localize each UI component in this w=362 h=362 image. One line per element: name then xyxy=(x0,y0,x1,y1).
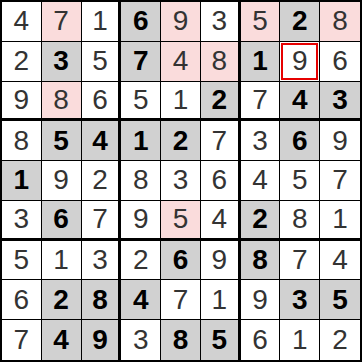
cell-digit: 4 xyxy=(292,86,308,114)
sudoku-cell[interactable]: 5 xyxy=(320,280,360,320)
cell-digit: 3 xyxy=(252,127,268,155)
cell-digit: 9 xyxy=(173,7,189,35)
cell-digit: 1 xyxy=(92,7,108,35)
cell-digit: 4 xyxy=(92,127,108,155)
cell-digit: 1 xyxy=(53,246,69,274)
cell-digit: 3 xyxy=(14,205,30,233)
cell-digit: 9 xyxy=(92,326,108,354)
cell-digit: 5 xyxy=(173,205,189,233)
cell-digit: 1 xyxy=(173,86,189,114)
sudoku-cell[interactable]: 1 xyxy=(2,161,42,201)
sudoku-cell[interactable]: 7 xyxy=(320,161,360,201)
cell-digit: 6 xyxy=(92,86,108,114)
sudoku-cell[interactable]: 9 xyxy=(161,2,201,42)
sudoku-cell[interactable]: 8 xyxy=(241,241,281,281)
sudoku-cell[interactable]: 3 xyxy=(161,161,201,201)
sudoku-cell[interactable]: 5 xyxy=(280,161,320,201)
sudoku-cell[interactable]: 2 xyxy=(280,2,320,42)
cell-digit: 9 xyxy=(14,86,30,114)
sudoku-cell[interactable]: 8 xyxy=(201,42,241,82)
cell-digit: 3 xyxy=(173,166,189,194)
sudoku-cell[interactable]: 5 xyxy=(201,320,241,360)
cell-digit: 5 xyxy=(211,326,227,354)
cell-digit: 6 xyxy=(292,127,308,155)
sudoku-cell[interactable]: 8 xyxy=(42,82,82,122)
sudoku-cell[interactable]: 3 xyxy=(320,82,360,122)
sudoku-cell[interactable]: 7 xyxy=(42,2,82,42)
sudoku-cell[interactable]: 9 xyxy=(121,201,161,241)
sudoku-cell[interactable]: 5 xyxy=(42,121,82,161)
sudoku-cell[interactable]: 1 xyxy=(320,201,360,241)
sudoku-cell[interactable]: 4 xyxy=(42,320,82,360)
sudoku-cell[interactable]: 7 xyxy=(82,201,122,241)
cell-digit: 4 xyxy=(211,205,227,233)
sudoku-cell[interactable]: 8 xyxy=(280,201,320,241)
cell-digit: 5 xyxy=(92,47,108,75)
sudoku-cell[interactable]: 2 xyxy=(201,82,241,122)
cell-digit: 4 xyxy=(53,326,69,354)
sudoku-cell[interactable]: 9 xyxy=(241,280,281,320)
sudoku-board: 4716935282357481969865127438541273691928… xyxy=(0,0,362,362)
cell-digit: 7 xyxy=(133,47,149,75)
sudoku-cell[interactable]: 7 xyxy=(201,121,241,161)
cell-digit: 2 xyxy=(332,326,348,354)
sudoku-cell[interactable]: 3 xyxy=(82,241,122,281)
cell-digit: 1 xyxy=(292,326,308,354)
cell-digit: 5 xyxy=(292,166,308,194)
sudoku-cell[interactable]: 8 xyxy=(82,280,122,320)
cell-digit: 2 xyxy=(211,86,227,114)
sudoku-cell[interactable]: 6 xyxy=(320,42,360,82)
sudoku-cell[interactable]: 7 xyxy=(121,42,161,82)
sudoku-cell[interactable]: 8 xyxy=(161,320,201,360)
sudoku-cell[interactable]: 9 xyxy=(2,82,42,122)
cell-digit: 2 xyxy=(14,47,30,75)
cell-digit: 3 xyxy=(133,326,149,354)
sudoku-cell[interactable]: 2 xyxy=(2,42,42,82)
cell-digit: 1 xyxy=(332,205,348,233)
cell-digit: 5 xyxy=(133,86,149,114)
cell-digit: 9 xyxy=(332,127,348,155)
sudoku-cell[interactable]: 4 xyxy=(320,241,360,281)
cell-digit: 4 xyxy=(14,7,30,35)
cell-digit: 4 xyxy=(252,166,268,194)
cell-digit: 5 xyxy=(252,7,268,35)
cell-digit: 2 xyxy=(53,286,69,314)
sudoku-cell[interactable]: 2 xyxy=(161,121,201,161)
cell-digit: 9 xyxy=(252,286,268,314)
cell-digit: 7 xyxy=(92,205,108,233)
sudoku-cell[interactable]: 4 xyxy=(280,82,320,122)
cell-digit: 8 xyxy=(173,326,189,354)
sudoku-cell[interactable]: 2 xyxy=(121,241,161,281)
cell-digit: 2 xyxy=(92,166,108,194)
cell-digit: 2 xyxy=(252,205,268,233)
cell-digit: 6 xyxy=(53,205,69,233)
sudoku-cell[interactable]: 9 xyxy=(42,161,82,201)
sudoku-cell[interactable]: 5 xyxy=(241,2,281,42)
cell-digit: 4 xyxy=(173,47,189,75)
sudoku-cell[interactable]: 6 xyxy=(82,82,122,122)
sudoku-cell[interactable]: 7 xyxy=(241,82,281,122)
cell-digit: 6 xyxy=(14,286,30,314)
sudoku-cell[interactable]: 2 xyxy=(320,320,360,360)
sudoku-cell[interactable]: 6 xyxy=(161,241,201,281)
sudoku-cell[interactable]: 6 xyxy=(280,121,320,161)
sudoku-cell[interactable]: 7 xyxy=(280,241,320,281)
cell-digit: 8 xyxy=(292,205,308,233)
cell-digit: 8 xyxy=(252,246,268,274)
cell-digit: 6 xyxy=(332,47,348,75)
cell-digit: 7 xyxy=(252,86,268,114)
cell-digit: 8 xyxy=(53,86,69,114)
cell-digit: 1 xyxy=(211,286,227,314)
sudoku-cell[interactable]: 2 xyxy=(42,280,82,320)
sudoku-cell[interactable]: 3 xyxy=(280,280,320,320)
cell-digit: 6 xyxy=(133,7,149,35)
sudoku-cell[interactable]: 9 xyxy=(82,320,122,360)
sudoku-cell[interactable]: 3 xyxy=(42,42,82,82)
cell-digit: 7 xyxy=(173,286,189,314)
cell-digit: 7 xyxy=(211,127,227,155)
sudoku-cell[interactable]: 6 xyxy=(121,2,161,42)
cell-digit: 7 xyxy=(14,326,30,354)
sudoku-cell[interactable]: 6 xyxy=(201,161,241,201)
sudoku-cell[interactable]: 3 xyxy=(201,2,241,42)
cell-digit: 6 xyxy=(252,326,268,354)
sudoku-cell[interactable]: 4 xyxy=(2,2,42,42)
sudoku-cell[interactable]: 7 xyxy=(2,320,42,360)
sudoku-cell[interactable]: 4 xyxy=(121,280,161,320)
sudoku-cell[interactable]: 6 xyxy=(42,201,82,241)
cell-digit: 1 xyxy=(133,127,149,155)
sudoku-cell[interactable]: 4 xyxy=(201,201,241,241)
sudoku-cell[interactable]: 9 xyxy=(201,241,241,281)
sudoku-cell[interactable]: 9 xyxy=(320,121,360,161)
sudoku-cell[interactable]: 8 xyxy=(121,161,161,201)
sudoku-cell[interactable]: 6 xyxy=(241,320,281,360)
sudoku-app: 4716935282357481969865127438541273691928… xyxy=(0,0,362,362)
cell-digit: 9 xyxy=(53,166,69,194)
sudoku-cell[interactable]: 2 xyxy=(241,201,281,241)
cell-digit: 9 xyxy=(292,47,308,75)
cell-digit: 9 xyxy=(211,246,227,274)
cell-digit: 7 xyxy=(53,7,69,35)
cell-digit: 4 xyxy=(133,286,149,314)
cell-digit: 1 xyxy=(14,166,30,194)
sudoku-cell[interactable]: 6 xyxy=(2,280,42,320)
cell-digit: 8 xyxy=(211,47,227,75)
cell-digit: 8 xyxy=(14,127,30,155)
cell-digit: 8 xyxy=(92,286,108,314)
sudoku-cell[interactable]: 2 xyxy=(82,161,122,201)
cell-digit: 3 xyxy=(211,7,227,35)
sudoku-cell[interactable]: 5 xyxy=(2,241,42,281)
sudoku-cell[interactable]: 1 xyxy=(280,320,320,360)
sudoku-cell[interactable]: 1 xyxy=(42,241,82,281)
sudoku-cell[interactable]: 1 xyxy=(82,2,122,42)
sudoku-cell[interactable]: 4 xyxy=(241,161,281,201)
cell-digit: 7 xyxy=(332,166,348,194)
cell-digit: 7 xyxy=(292,246,308,274)
sudoku-cell[interactable]: 1 xyxy=(121,121,161,161)
cell-digit: 2 xyxy=(292,7,308,35)
sudoku-cell[interactable]: 3 xyxy=(241,121,281,161)
sudoku-cell[interactable]: 8 xyxy=(320,2,360,42)
cell-digit: 9 xyxy=(133,205,149,233)
cell-digit: 2 xyxy=(173,127,189,155)
cell-digit: 3 xyxy=(332,86,348,114)
cell-digit: 5 xyxy=(53,127,69,155)
cell-digit: 5 xyxy=(332,286,348,314)
cell-digit: 5 xyxy=(14,246,30,274)
cell-digit: 3 xyxy=(92,246,108,274)
cell-digit: 6 xyxy=(211,166,227,194)
cell-digit: 6 xyxy=(173,246,189,274)
sudoku-cell[interactable]: 4 xyxy=(161,42,201,82)
cell-digit: 1 xyxy=(252,47,268,75)
sudoku-cell[interactable]: 8 xyxy=(2,121,42,161)
sudoku-cell[interactable]: 9 xyxy=(280,42,320,82)
cell-digit: 3 xyxy=(53,47,69,75)
cell-digit: 8 xyxy=(133,166,149,194)
sudoku-cell[interactable]: 1 xyxy=(241,42,281,82)
sudoku-cell[interactable]: 5 xyxy=(121,82,161,122)
sudoku-cell[interactable]: 3 xyxy=(121,320,161,360)
cell-digit: 8 xyxy=(332,7,348,35)
sudoku-cell[interactable]: 4 xyxy=(82,121,122,161)
sudoku-cell[interactable]: 7 xyxy=(161,280,201,320)
sudoku-cell[interactable]: 1 xyxy=(161,82,201,122)
sudoku-cell[interactable]: 5 xyxy=(82,42,122,82)
cell-digit: 3 xyxy=(292,286,308,314)
cell-digit: 4 xyxy=(332,246,348,274)
cell-digit: 2 xyxy=(133,246,149,274)
sudoku-cell[interactable]: 3 xyxy=(2,201,42,241)
sudoku-cell[interactable]: 5 xyxy=(161,201,201,241)
sudoku-cell[interactable]: 1 xyxy=(201,280,241,320)
